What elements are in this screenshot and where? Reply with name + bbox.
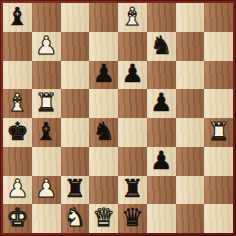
square-h8[interactable] [204,3,233,32]
square-b1[interactable] [32,204,61,233]
square-d8[interactable] [89,3,118,32]
square-b6[interactable] [32,61,61,90]
piece-black-rook-c2[interactable]: ♜ [64,176,86,201]
piece-black-pawn-f5[interactable]: ♟ [150,90,172,115]
piece-white-king-a1[interactable]: ♚ [6,205,28,230]
piece-white-rook-b5[interactable]: ♜ [35,90,57,115]
square-d7[interactable] [89,32,118,61]
square-f2[interactable] [147,176,176,205]
square-c7[interactable] [61,32,90,61]
square-e2[interactable]: ♜ [118,176,147,205]
piece-black-queen-e1[interactable]: ♛ [121,205,143,230]
square-a3[interactable] [3,147,32,176]
square-f8[interactable] [147,3,176,32]
square-e3[interactable] [118,147,147,176]
piece-white-pawn-b2[interactable]: ♟ [35,176,57,201]
square-d4[interactable]: ♞ [89,118,118,147]
square-c6[interactable] [61,61,90,90]
piece-white-queen-d1[interactable]: ♛ [92,205,114,230]
square-g2[interactable] [176,176,205,205]
piece-black-rook-e2[interactable]: ♜ [121,176,143,201]
square-h5[interactable] [204,89,233,118]
square-h7[interactable] [204,32,233,61]
piece-black-knight-f7[interactable]: ♞ [150,33,172,58]
square-f5[interactable]: ♟ [147,89,176,118]
square-d1[interactable]: ♛ [89,204,118,233]
square-f1[interactable] [147,204,176,233]
square-c1[interactable]: ♞ [61,204,90,233]
square-e4[interactable] [118,118,147,147]
square-b5[interactable]: ♜ [32,89,61,118]
square-d2[interactable] [89,176,118,205]
square-c2[interactable]: ♜ [61,176,90,205]
square-a2[interactable]: ♟ [3,176,32,205]
square-b4[interactable]: ♝ [32,118,61,147]
square-c3[interactable] [61,147,90,176]
square-g3[interactable] [176,147,205,176]
piece-black-knight-d4[interactable]: ♞ [92,119,114,144]
square-f6[interactable] [147,61,176,90]
piece-black-king-a4[interactable]: ♚ [6,119,28,144]
square-h6[interactable] [204,61,233,90]
square-h2[interactable] [204,176,233,205]
square-e6[interactable]: ♟ [118,61,147,90]
square-g5[interactable] [176,89,205,118]
square-e5[interactable] [118,89,147,118]
square-c4[interactable] [61,118,90,147]
board-frame: ♝♝♟♞♟♟♝♜♟♚♝♞♜♟♟♟♜♜♚♞♛♛ [0,0,236,236]
square-a7[interactable] [3,32,32,61]
square-h3[interactable] [204,147,233,176]
square-d6[interactable]: ♟ [89,61,118,90]
square-a5[interactable]: ♝ [3,89,32,118]
piece-white-rook-h4[interactable]: ♜ [207,119,229,144]
square-c8[interactable] [61,3,90,32]
piece-black-bishop-a8[interactable]: ♝ [6,4,28,29]
square-g7[interactable] [176,32,205,61]
piece-black-pawn-e6[interactable]: ♟ [121,61,143,86]
square-g6[interactable] [176,61,205,90]
square-f3[interactable]: ♟ [147,147,176,176]
square-g4[interactable] [176,118,205,147]
square-d3[interactable] [89,147,118,176]
piece-white-pawn-a2[interactable]: ♟ [6,176,28,201]
piece-white-knight-c1[interactable]: ♞ [64,205,86,230]
square-g8[interactable] [176,3,205,32]
square-h1[interactable] [204,204,233,233]
piece-black-bishop-b4[interactable]: ♝ [35,119,57,144]
square-g1[interactable] [176,204,205,233]
piece-black-pawn-d6[interactable]: ♟ [92,61,114,86]
square-b7[interactable]: ♟ [32,32,61,61]
square-a4[interactable]: ♚ [3,118,32,147]
square-f4[interactable] [147,118,176,147]
piece-white-pawn-b7[interactable]: ♟ [35,33,57,58]
square-d5[interactable] [89,89,118,118]
square-e8[interactable]: ♝ [118,3,147,32]
square-a1[interactable]: ♚ [3,204,32,233]
square-b2[interactable]: ♟ [32,176,61,205]
square-f7[interactable]: ♞ [147,32,176,61]
piece-white-bishop-e8[interactable]: ♝ [121,4,143,29]
square-b8[interactable] [32,3,61,32]
square-b3[interactable] [32,147,61,176]
square-a6[interactable] [3,61,32,90]
piece-white-bishop-a5[interactable]: ♝ [6,90,28,115]
square-e7[interactable] [118,32,147,61]
square-h4[interactable]: ♜ [204,118,233,147]
square-a8[interactable]: ♝ [3,3,32,32]
square-c5[interactable] [61,89,90,118]
chess-board: ♝♝♟♞♟♟♝♜♟♚♝♞♜♟♟♟♜♜♚♞♛♛ [3,3,233,233]
piece-black-pawn-f3[interactable]: ♟ [150,148,172,173]
square-e1[interactable]: ♛ [118,204,147,233]
